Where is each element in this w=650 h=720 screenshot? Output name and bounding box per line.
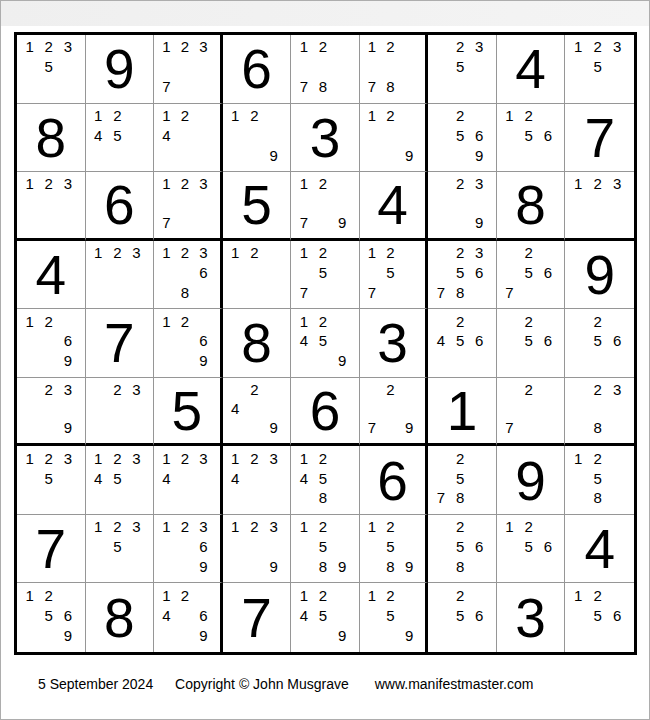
cell-r4c1[interactable]: 4 <box>17 241 86 310</box>
cell-r6c5[interactable]: 6 <box>291 378 360 447</box>
candidate-2: 2 <box>108 448 127 468</box>
empty-mark <box>568 468 588 488</box>
empty-mark <box>89 145 108 165</box>
empty-mark <box>431 37 450 57</box>
candidate-5: 5 <box>451 537 470 557</box>
candidate-2: 2 <box>519 243 538 263</box>
candidate-8: 8 <box>313 488 332 508</box>
cell-r7c8[interactable]: 9 <box>497 446 566 515</box>
candidate-1: 1 <box>363 106 382 126</box>
empty-mark <box>39 626 58 646</box>
empty-mark <box>400 77 419 97</box>
candidate-1: 1 <box>226 517 245 537</box>
empty-mark <box>500 380 519 399</box>
cell-r1c6[interactable]: 1278 <box>360 35 429 104</box>
cell-r3c3[interactable]: 1237 <box>154 172 223 241</box>
empty-mark <box>400 282 419 302</box>
footer: 5 September 2024 Copyright © John Musgra… <box>38 676 533 692</box>
empty-mark <box>157 57 176 77</box>
candidate-5: 5 <box>588 606 608 626</box>
cell-r4c5[interactable]: 1257 <box>291 241 360 310</box>
empty-mark <box>194 193 213 212</box>
empty-mark <box>194 145 213 165</box>
empty-mark <box>470 585 489 605</box>
candidate-1: 1 <box>157 585 176 605</box>
candidate-8: 8 <box>313 557 332 577</box>
cell-r1c1[interactable]: 1235 <box>17 35 86 104</box>
cell-r8c5[interactable]: 12589 <box>291 515 360 584</box>
cell-r7c5[interactable]: 12458 <box>291 446 360 515</box>
candidate-2: 2 <box>39 37 58 57</box>
cell-r2c7[interactable]: 2569 <box>428 104 497 173</box>
cell-r5c9[interactable]: 256 <box>565 309 634 378</box>
empty-mark <box>108 418 127 437</box>
empty-mark <box>20 351 39 371</box>
cell-r6c4[interactable]: 249 <box>223 378 292 447</box>
empty-mark <box>381 125 400 145</box>
empty-mark <box>568 606 588 626</box>
empty-mark <box>470 311 489 331</box>
empty-mark <box>127 145 146 165</box>
cell-r9c2[interactable]: 8 <box>86 583 155 652</box>
empty-mark <box>363 57 382 77</box>
solved-digit: 4 <box>515 42 546 97</box>
pencil-marks: 123 <box>86 241 154 309</box>
empty-mark <box>294 488 313 508</box>
empty-mark <box>400 380 419 399</box>
cell-r7c7[interactable]: 2578 <box>428 446 497 515</box>
pencil-marks: 1235 <box>17 35 85 103</box>
empty-mark <box>313 351 332 371</box>
cell-r2c1[interactable]: 8 <box>17 104 86 173</box>
cell-r3c5[interactable]: 1279 <box>291 172 360 241</box>
empty-mark <box>538 145 557 165</box>
cell-r8c8[interactable]: 1256 <box>497 515 566 584</box>
empty-mark <box>400 399 419 418</box>
empty-mark <box>333 263 352 283</box>
empty-mark <box>157 331 176 351</box>
candidate-4: 4 <box>226 468 245 488</box>
cell-r4c9[interactable]: 9 <box>565 241 634 310</box>
cell-r3c2[interactable]: 6 <box>86 172 155 241</box>
candidate-5: 5 <box>39 606 58 626</box>
footer-copyright: Copyright © John Musgrave <box>175 676 349 692</box>
candidate-1: 1 <box>157 243 176 263</box>
empty-mark <box>194 488 213 508</box>
candidate-2: 2 <box>381 37 400 57</box>
pencil-marks: 1256 <box>497 515 565 583</box>
candidate-9: 9 <box>264 145 283 165</box>
candidate-2: 2 <box>313 311 332 331</box>
cell-r5c4[interactable]: 8 <box>223 309 292 378</box>
cell-r2c2[interactable]: 1245 <box>86 104 155 173</box>
candidate-3: 3 <box>264 448 283 468</box>
cell-r9c1[interactable]: 12569 <box>17 583 86 652</box>
empty-mark <box>333 517 352 537</box>
cell-r6c3[interactable]: 5 <box>154 378 223 447</box>
empty-mark <box>500 263 519 283</box>
solved-digit: 4 <box>35 248 66 303</box>
empty-mark <box>568 311 588 331</box>
empty-mark <box>89 380 108 399</box>
cell-r2c5[interactable]: 3 <box>291 104 360 173</box>
empty-mark <box>431 585 450 605</box>
candidate-8: 8 <box>588 488 608 508</box>
empty-mark <box>194 282 213 302</box>
candidate-7: 7 <box>294 282 313 302</box>
candidate-5: 5 <box>451 468 470 488</box>
cell-r1c9[interactable]: 1235 <box>565 35 634 104</box>
pencil-marks: 2456 <box>428 309 496 377</box>
cell-r6c6[interactable]: 279 <box>360 378 429 447</box>
candidate-2: 2 <box>519 380 538 399</box>
empty-mark <box>607 418 627 437</box>
cell-r9c8[interactable]: 3 <box>497 583 566 652</box>
cell-r9c9[interactable]: 1256 <box>565 583 634 652</box>
empty-mark <box>431 125 450 145</box>
empty-mark <box>363 125 382 145</box>
candidate-2: 2 <box>313 448 332 468</box>
empty-mark <box>58 193 77 212</box>
cell-r3c4[interactable]: 5 <box>223 172 292 241</box>
empty-mark <box>176 537 195 557</box>
cell-r2c6[interactable]: 129 <box>360 104 429 173</box>
empty-mark <box>333 193 352 212</box>
cell-r5c1[interactable]: 1269 <box>17 309 86 378</box>
cell-r2c9[interactable]: 7 <box>565 104 634 173</box>
candidate-2: 2 <box>245 517 264 537</box>
cell-r4c6[interactable]: 1257 <box>360 241 429 310</box>
empty-mark <box>245 125 264 145</box>
empty-mark <box>176 125 195 145</box>
candidate-3: 3 <box>194 243 213 263</box>
cell-r4c4[interactable]: 12 <box>223 241 292 310</box>
candidate-1: 1 <box>294 448 313 468</box>
cell-r6c8[interactable]: 27 <box>497 378 566 447</box>
cell-r5c2[interactable]: 7 <box>86 309 155 378</box>
empty-mark <box>108 263 127 283</box>
candidate-6: 6 <box>607 606 627 626</box>
candidate-2: 2 <box>176 243 195 263</box>
empty-mark <box>20 77 39 97</box>
candidate-1: 1 <box>294 585 313 605</box>
empty-mark <box>400 517 419 537</box>
candidate-9: 9 <box>58 351 77 371</box>
candidate-6: 6 <box>470 263 489 283</box>
cell-r8c7[interactable]: 2568 <box>428 515 497 584</box>
empty-mark <box>39 212 58 231</box>
empty-mark <box>194 125 213 145</box>
candidate-1: 1 <box>20 37 39 57</box>
candidate-1: 1 <box>20 448 39 468</box>
pencil-marks: 2569 <box>428 104 496 172</box>
cell-r9c5[interactable]: 12459 <box>291 583 360 652</box>
candidate-2: 2 <box>451 106 470 126</box>
empty-mark <box>176 77 195 97</box>
candidate-2: 2 <box>313 174 332 193</box>
candidate-2: 2 <box>313 585 332 605</box>
candidate-1: 1 <box>157 106 176 126</box>
pencil-marks: 239 <box>17 378 85 444</box>
solved-digit: 5 <box>172 384 203 439</box>
cell-r8c4[interactable]: 1239 <box>223 515 292 584</box>
candidate-4: 4 <box>294 468 313 488</box>
cell-r1c7[interactable]: 235 <box>428 35 497 104</box>
empty-mark <box>20 626 39 646</box>
candidate-4: 4 <box>431 331 450 351</box>
empty-mark <box>568 418 588 437</box>
solved-digit: 1 <box>447 384 478 439</box>
cell-r7c9[interactable]: 1258 <box>565 446 634 515</box>
cell-r7c1[interactable]: 1235 <box>17 446 86 515</box>
candidate-3: 3 <box>58 380 77 399</box>
empty-mark <box>333 282 352 302</box>
empty-mark <box>108 399 127 418</box>
candidate-6: 6 <box>470 606 489 626</box>
cell-r5c8[interactable]: 256 <box>497 309 566 378</box>
solved-digit: 9 <box>515 454 546 509</box>
cell-r8c1[interactable]: 7 <box>17 515 86 584</box>
candidate-6: 6 <box>58 331 77 351</box>
cell-r2c8[interactable]: 1256 <box>497 104 566 173</box>
candidate-1: 1 <box>363 243 382 263</box>
empty-mark <box>226 380 245 399</box>
empty-mark <box>294 193 313 212</box>
cell-r8c9[interactable]: 4 <box>565 515 634 584</box>
cell-r5c6[interactable]: 3 <box>360 309 429 378</box>
cell-r1c5[interactable]: 1278 <box>291 35 360 104</box>
cell-r7c4[interactable]: 1234 <box>223 446 292 515</box>
cell-r4c8[interactable]: 2567 <box>497 241 566 310</box>
empty-mark <box>245 488 264 508</box>
empty-mark <box>89 282 108 302</box>
empty-mark <box>607 626 627 646</box>
solved-digit: 3 <box>515 591 546 646</box>
empty-mark <box>58 468 77 488</box>
empty-mark <box>400 606 419 626</box>
candidate-6: 6 <box>194 537 213 557</box>
candidate-1: 1 <box>568 174 588 193</box>
cell-r5c7[interactable]: 2456 <box>428 309 497 378</box>
candidate-1: 1 <box>157 174 176 193</box>
cell-r3c8[interactable]: 8 <box>497 172 566 241</box>
empty-mark <box>470 351 489 371</box>
cell-r8c6[interactable]: 12589 <box>360 515 429 584</box>
empty-mark <box>400 243 419 263</box>
footer-website: www.manifestmaster.com <box>375 676 534 692</box>
empty-mark <box>264 263 283 283</box>
cell-r1c4[interactable]: 6 <box>223 35 292 104</box>
pencil-marks: 27 <box>497 378 565 444</box>
empty-mark <box>294 57 313 77</box>
empty-mark <box>313 212 332 231</box>
cell-r3c7[interactable]: 239 <box>428 172 497 241</box>
candidate-3: 3 <box>127 243 146 263</box>
empty-mark <box>20 399 39 418</box>
cell-r4c7[interactable]: 235678 <box>428 241 497 310</box>
candidate-2: 2 <box>108 243 127 263</box>
cell-r7c2[interactable]: 12345 <box>86 446 155 515</box>
empty-mark <box>519 145 538 165</box>
candidate-4: 4 <box>294 331 313 351</box>
cell-r6c7[interactable]: 1 <box>428 378 497 447</box>
candidate-1: 1 <box>157 448 176 468</box>
empty-mark <box>470 106 489 126</box>
candidate-1: 1 <box>500 517 519 537</box>
cell-r9c7[interactable]: 256 <box>428 583 497 652</box>
empty-mark <box>157 537 176 557</box>
pencil-marks: 256 <box>565 309 634 377</box>
empty-mark <box>176 488 195 508</box>
cell-r2c4[interactable]: 129 <box>223 104 292 173</box>
solved-digit: 3 <box>310 111 341 166</box>
pencil-marks: 12368 <box>154 241 220 309</box>
empty-mark <box>127 399 146 418</box>
candidate-3: 3 <box>194 37 213 57</box>
empty-mark <box>500 125 519 145</box>
candidate-2: 2 <box>39 380 58 399</box>
cell-r8c2[interactable]: 1235 <box>86 515 155 584</box>
empty-mark <box>363 606 382 626</box>
cell-r4c3[interactable]: 12368 <box>154 241 223 310</box>
cell-r8c3[interactable]: 12369 <box>154 515 223 584</box>
empty-mark <box>176 193 195 212</box>
cell-r4c2[interactable]: 123 <box>86 241 155 310</box>
empty-mark <box>588 399 608 418</box>
pencil-marks: 12459 <box>291 583 359 652</box>
empty-mark <box>568 351 588 371</box>
candidate-2: 2 <box>108 380 127 399</box>
solved-digit: 7 <box>241 591 272 646</box>
empty-mark <box>363 263 382 283</box>
empty-mark <box>176 557 195 577</box>
empty-mark <box>568 77 588 97</box>
empty-mark <box>431 606 450 626</box>
cell-r6c9[interactable]: 238 <box>565 378 634 447</box>
empty-mark <box>226 537 245 557</box>
empty-mark <box>519 557 538 577</box>
empty-mark <box>431 212 450 231</box>
empty-mark <box>333 311 352 331</box>
empty-mark <box>538 557 557 577</box>
cell-r9c6[interactable]: 1259 <box>360 583 429 652</box>
empty-mark <box>588 626 608 646</box>
empty-mark <box>538 351 557 371</box>
cell-r7c3[interactable]: 1234 <box>154 446 223 515</box>
cell-r9c4[interactable]: 7 <box>223 583 292 652</box>
empty-mark <box>313 193 332 212</box>
empty-mark <box>39 488 58 508</box>
empty-mark <box>39 399 58 418</box>
cell-r5c5[interactable]: 12459 <box>291 309 360 378</box>
empty-mark <box>39 418 58 437</box>
candidate-4: 4 <box>157 468 176 488</box>
empty-mark <box>500 331 519 351</box>
empty-mark <box>400 106 419 126</box>
pencil-marks: 123 <box>565 172 634 238</box>
cell-r6c2[interactable]: 23 <box>86 378 155 447</box>
candidate-1: 1 <box>363 585 382 605</box>
candidate-2: 2 <box>451 311 470 331</box>
cell-r7c6[interactable]: 6 <box>360 446 429 515</box>
candidate-5: 5 <box>451 57 470 77</box>
candidate-1: 1 <box>89 243 108 263</box>
cell-r6c1[interactable]: 239 <box>17 378 86 447</box>
empty-mark <box>500 351 519 371</box>
empty-mark <box>451 626 470 646</box>
candidate-3: 3 <box>194 174 213 193</box>
candidate-5: 5 <box>519 263 538 283</box>
pencil-marks: 12459 <box>291 309 359 377</box>
cell-r3c9[interactable]: 123 <box>565 172 634 241</box>
cell-r3c1[interactable]: 123 <box>17 172 86 241</box>
candidate-7: 7 <box>157 212 176 231</box>
empty-mark <box>157 193 176 212</box>
pencil-marks: 1239 <box>223 515 291 583</box>
empty-mark <box>194 585 213 605</box>
candidate-5: 5 <box>588 331 608 351</box>
candidate-2: 2 <box>245 106 264 126</box>
candidate-5: 5 <box>381 263 400 283</box>
candidate-5: 5 <box>519 125 538 145</box>
pencil-marks: 239 <box>428 172 496 238</box>
cell-r9c3[interactable]: 12469 <box>154 583 223 652</box>
candidate-3: 3 <box>194 517 213 537</box>
candidate-2: 2 <box>519 106 538 126</box>
empty-mark <box>451 351 470 371</box>
empty-mark <box>245 468 264 488</box>
empty-mark <box>500 311 519 331</box>
pencil-marks: 124 <box>154 104 220 172</box>
candidate-9: 9 <box>470 212 489 231</box>
pencil-marks: 2567 <box>497 241 565 309</box>
empty-mark <box>588 77 608 97</box>
empty-mark <box>333 57 352 77</box>
candidate-1: 1 <box>157 37 176 57</box>
cell-r1c2[interactable]: 9 <box>86 35 155 104</box>
empty-mark <box>363 557 382 577</box>
candidate-6: 6 <box>470 331 489 351</box>
candidate-1: 1 <box>226 106 245 126</box>
empty-mark <box>568 57 588 77</box>
cell-r1c8[interactable]: 4 <box>497 35 566 104</box>
cell-r2c3[interactable]: 124 <box>154 104 223 173</box>
candidate-6: 6 <box>194 331 213 351</box>
solved-digit: 4 <box>584 522 615 577</box>
cell-r5c3[interactable]: 1269 <box>154 309 223 378</box>
empty-mark <box>400 263 419 283</box>
candidate-2: 2 <box>245 448 264 468</box>
empty-mark <box>127 418 146 437</box>
candidate-6: 6 <box>538 125 557 145</box>
empty-mark <box>157 488 176 508</box>
empty-mark <box>20 606 39 626</box>
candidate-2: 2 <box>313 37 332 57</box>
empty-mark <box>607 193 627 212</box>
candidate-9: 9 <box>400 557 419 577</box>
pencil-marks: 235678 <box>428 241 496 309</box>
empty-mark <box>226 557 245 577</box>
candidate-2: 2 <box>176 585 195 605</box>
candidate-9: 9 <box>333 557 352 577</box>
cell-r1c3[interactable]: 1237 <box>154 35 223 104</box>
empty-mark <box>381 626 400 646</box>
candidate-5: 5 <box>451 331 470 351</box>
empty-mark <box>588 193 608 212</box>
cell-r3c6[interactable]: 4 <box>360 172 429 241</box>
empty-mark <box>194 468 213 488</box>
empty-mark <box>470 468 489 488</box>
